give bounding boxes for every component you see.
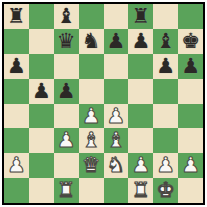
white-pawn-a2[interactable]: ♟ bbox=[4, 153, 29, 178]
black-pawn-g6[interactable]: ♟ bbox=[153, 54, 178, 79]
square-b2[interactable] bbox=[29, 153, 54, 178]
square-e2[interactable]: ♞ bbox=[104, 153, 129, 178]
square-h8[interactable] bbox=[178, 4, 203, 29]
square-b4[interactable] bbox=[29, 104, 54, 129]
square-f4[interactable] bbox=[128, 104, 153, 129]
black-pawn-a6[interactable]: ♟ bbox=[4, 54, 29, 79]
black-rook-f8[interactable]: ♜ bbox=[128, 4, 153, 29]
square-e4[interactable]: ♟ bbox=[104, 104, 129, 129]
square-a2[interactable]: ♟ bbox=[4, 153, 29, 178]
square-g2[interactable]: ♟ bbox=[153, 153, 178, 178]
square-c7[interactable]: ♛ bbox=[54, 29, 79, 54]
square-d1[interactable] bbox=[79, 178, 104, 203]
square-a5[interactable] bbox=[4, 79, 29, 104]
black-rook-a8[interactable]: ♜ bbox=[4, 4, 29, 29]
board-frame: ♜♝♜♛♞♟♟♝♚♟♟♟♟♟♟♟♟♝♝♟♛♞♟♟♟♜♜♚ bbox=[0, 2, 207, 207]
white-pawn-h2[interactable]: ♟ bbox=[178, 153, 203, 178]
square-c3[interactable]: ♟ bbox=[54, 128, 79, 153]
square-c2[interactable] bbox=[54, 153, 79, 178]
chess-board: ♜♝♜♛♞♟♟♝♚♟♟♟♟♟♟♟♟♝♝♟♛♞♟♟♟♜♜♚ bbox=[2, 2, 205, 205]
square-f6[interactable] bbox=[128, 54, 153, 79]
square-b8[interactable] bbox=[29, 4, 54, 29]
square-e7[interactable]: ♟ bbox=[104, 29, 129, 54]
square-h3[interactable] bbox=[178, 128, 203, 153]
square-f3[interactable] bbox=[128, 128, 153, 153]
square-e1[interactable] bbox=[104, 178, 129, 203]
square-b6[interactable] bbox=[29, 54, 54, 79]
square-h6[interactable]: ♟ bbox=[178, 54, 203, 79]
square-g4[interactable] bbox=[153, 104, 178, 129]
black-pawn-h6[interactable]: ♟ bbox=[178, 54, 203, 79]
white-bishop-e3[interactable]: ♝ bbox=[104, 128, 129, 153]
square-e3[interactable]: ♝ bbox=[104, 128, 129, 153]
square-a3[interactable] bbox=[4, 128, 29, 153]
square-d4[interactable]: ♟ bbox=[79, 104, 104, 129]
square-a8[interactable]: ♜ bbox=[4, 4, 29, 29]
square-f5[interactable] bbox=[128, 79, 153, 104]
white-bishop-d3[interactable]: ♝ bbox=[79, 128, 104, 153]
black-king-h7[interactable]: ♚ bbox=[178, 29, 203, 54]
square-g8[interactable] bbox=[153, 4, 178, 29]
square-b5[interactable]: ♟ bbox=[29, 79, 54, 104]
square-c5[interactable]: ♟ bbox=[54, 79, 79, 104]
square-b3[interactable] bbox=[29, 128, 54, 153]
black-pawn-e7[interactable]: ♟ bbox=[104, 29, 129, 54]
black-pawn-c5[interactable]: ♟ bbox=[54, 79, 79, 104]
white-pawn-e4[interactable]: ♟ bbox=[104, 104, 129, 129]
square-h7[interactable]: ♚ bbox=[178, 29, 203, 54]
square-g6[interactable]: ♟ bbox=[153, 54, 178, 79]
square-d3[interactable]: ♝ bbox=[79, 128, 104, 153]
square-d7[interactable]: ♞ bbox=[79, 29, 104, 54]
white-pawn-f2[interactable]: ♟ bbox=[128, 153, 153, 178]
square-d5[interactable] bbox=[79, 79, 104, 104]
square-h5[interactable] bbox=[178, 79, 203, 104]
square-d6[interactable] bbox=[79, 54, 104, 79]
black-pawn-b5[interactable]: ♟ bbox=[29, 79, 54, 104]
square-g3[interactable] bbox=[153, 128, 178, 153]
square-e5[interactable] bbox=[104, 79, 129, 104]
square-a6[interactable]: ♟ bbox=[4, 54, 29, 79]
square-a7[interactable] bbox=[4, 29, 29, 54]
white-pawn-c3[interactable]: ♟ bbox=[54, 128, 79, 153]
square-d2[interactable]: ♛ bbox=[79, 153, 104, 178]
square-e6[interactable] bbox=[104, 54, 129, 79]
square-g7[interactable]: ♝ bbox=[153, 29, 178, 54]
black-bishop-c8[interactable]: ♝ bbox=[54, 4, 79, 29]
square-f1[interactable]: ♜ bbox=[128, 178, 153, 203]
square-c4[interactable] bbox=[54, 104, 79, 129]
square-c8[interactable]: ♝ bbox=[54, 4, 79, 29]
square-e8[interactable] bbox=[104, 4, 129, 29]
square-h1[interactable] bbox=[178, 178, 203, 203]
square-a1[interactable] bbox=[4, 178, 29, 203]
square-g1[interactable]: ♚ bbox=[153, 178, 178, 203]
white-pawn-g2[interactable]: ♟ bbox=[153, 153, 178, 178]
square-f2[interactable]: ♟ bbox=[128, 153, 153, 178]
square-a4[interactable] bbox=[4, 104, 29, 129]
square-c1[interactable]: ♜ bbox=[54, 178, 79, 203]
square-f7[interactable]: ♟ bbox=[128, 29, 153, 54]
black-knight-d7[interactable]: ♞ bbox=[79, 29, 104, 54]
white-queen-d2[interactable]: ♛ bbox=[79, 153, 104, 178]
square-c6[interactable] bbox=[54, 54, 79, 79]
square-b7[interactable] bbox=[29, 29, 54, 54]
white-rook-c1[interactable]: ♜ bbox=[54, 178, 79, 203]
square-h2[interactable]: ♟ bbox=[178, 153, 203, 178]
black-bishop-g7[interactable]: ♝ bbox=[153, 29, 178, 54]
white-king-g1[interactable]: ♚ bbox=[153, 178, 178, 203]
square-g5[interactable] bbox=[153, 79, 178, 104]
white-knight-e2[interactable]: ♞ bbox=[104, 153, 129, 178]
square-b1[interactable] bbox=[29, 178, 54, 203]
black-pawn-f7[interactable]: ♟ bbox=[128, 29, 153, 54]
black-queen-c7[interactable]: ♛ bbox=[54, 29, 79, 54]
white-pawn-d4[interactable]: ♟ bbox=[79, 104, 104, 129]
square-h4[interactable] bbox=[178, 104, 203, 129]
square-f8[interactable]: ♜ bbox=[128, 4, 153, 29]
white-rook-f1[interactable]: ♜ bbox=[128, 178, 153, 203]
square-d8[interactable] bbox=[79, 4, 104, 29]
